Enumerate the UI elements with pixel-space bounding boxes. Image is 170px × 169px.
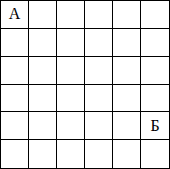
cell-label: Б (150, 118, 159, 134)
grid-cell-r4c6[interactable] (141, 85, 169, 113)
grid-cell-r3c4[interactable] (85, 57, 113, 85)
grid-cell-r2c4[interactable] (85, 29, 113, 57)
grid-cell-r6c4[interactable] (85, 140, 113, 168)
grid-cell-r4c2[interactable] (29, 85, 57, 113)
grid-cell-r3c5[interactable] (113, 57, 141, 85)
grid-cell-r6c6[interactable] (141, 140, 169, 168)
grid-cell-r6c5[interactable] (113, 140, 141, 168)
grid-cell-r2c3[interactable] (57, 29, 85, 57)
grid-cell-r4c5[interactable] (113, 85, 141, 113)
grid-cell-r2c1[interactable] (1, 29, 29, 57)
grid-cell-r4c4[interactable] (85, 85, 113, 113)
grid-cell-r6c1[interactable] (1, 140, 29, 168)
grid-cell-r1c3[interactable] (57, 1, 85, 29)
grid-cell-r3c3[interactable] (57, 57, 85, 85)
grid-cell-r5c6[interactable]: Б (141, 112, 169, 140)
grid-cell-r4c3[interactable] (57, 85, 85, 113)
cell-label: А (9, 6, 21, 22)
grid-cell-r1c2[interactable] (29, 1, 57, 29)
grid-cell-r5c5[interactable] (113, 112, 141, 140)
grid-cell-r1c5[interactable] (113, 1, 141, 29)
puzzle-grid: АБ (0, 0, 170, 169)
grid-cell-r3c1[interactable] (1, 57, 29, 85)
grid-cell-r1c4[interactable] (85, 1, 113, 29)
grid-cell-r4c1[interactable] (1, 85, 29, 113)
grid-cell-r3c6[interactable] (141, 57, 169, 85)
grid-cell-r2c2[interactable] (29, 29, 57, 57)
grid-cell-r5c2[interactable] (29, 112, 57, 140)
grid-cell-r2c6[interactable] (141, 29, 169, 57)
grid-cell-r6c2[interactable] (29, 140, 57, 168)
grid-cell-r5c4[interactable] (85, 112, 113, 140)
grid-cell-r5c1[interactable] (1, 112, 29, 140)
grid-cell-r6c3[interactable] (57, 140, 85, 168)
grid-cell-r1c6[interactable] (141, 1, 169, 29)
grid-cell-r3c2[interactable] (29, 57, 57, 85)
grid-cell-r2c5[interactable] (113, 29, 141, 57)
grid-cell-r5c3[interactable] (57, 112, 85, 140)
grid-cell-r1c1[interactable]: А (1, 1, 29, 29)
